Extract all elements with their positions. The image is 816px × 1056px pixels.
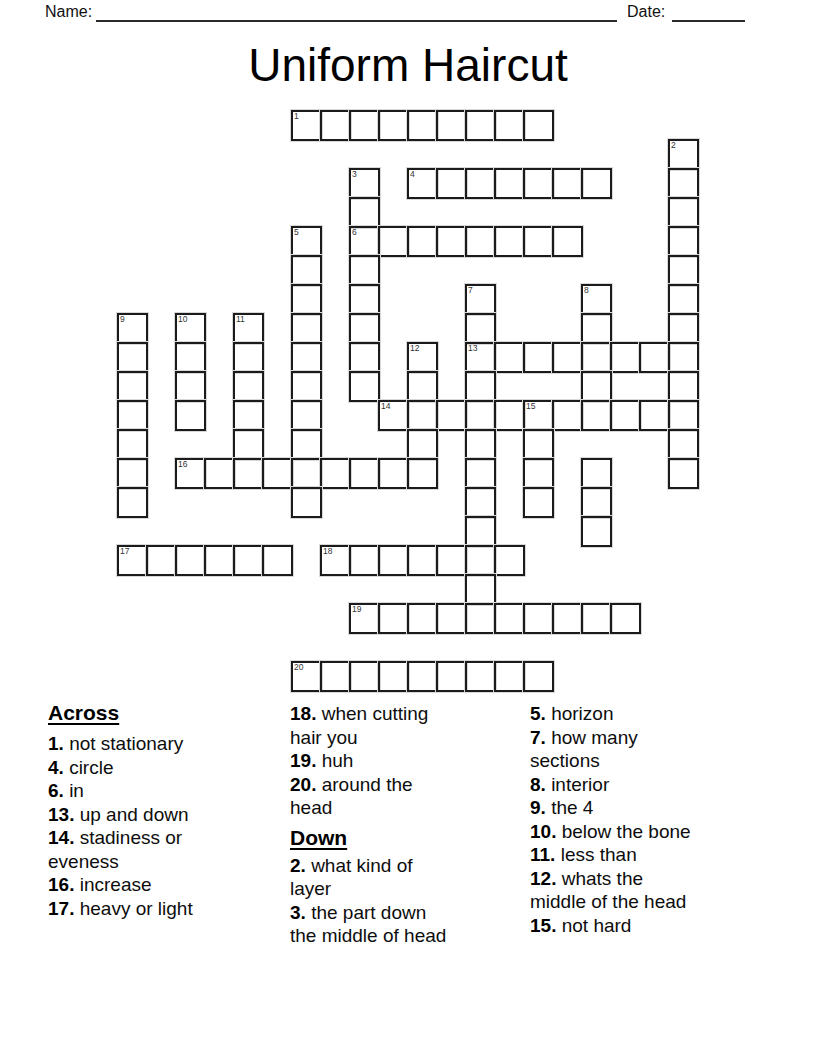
clue-13: 13. up and down (48, 803, 283, 827)
clue-text: interior (546, 774, 609, 795)
grid-cell[interactable] (581, 342, 612, 373)
cell-number-13: 13 (468, 344, 477, 353)
grid-cell[interactable] (349, 284, 380, 315)
grid-cell[interactable] (291, 284, 322, 315)
grid-cell[interactable] (262, 458, 293, 489)
clue-3: 3. the part down the middle of head (290, 901, 528, 948)
grid-cell[interactable] (407, 545, 438, 576)
cell-number-15: 15 (526, 402, 535, 411)
clue-text: huh (316, 750, 353, 771)
cell-number-10: 10 (178, 315, 187, 324)
grid-cell[interactable] (407, 603, 438, 634)
grid-cell[interactable] (465, 226, 496, 257)
date-label: Date: (627, 3, 665, 21)
grid-cell[interactable] (291, 487, 322, 518)
clue-16: 16. increase (48, 873, 283, 897)
cell-number-1: 1 (294, 112, 299, 121)
grid-cell[interactable] (639, 400, 670, 431)
grid-cell[interactable] (465, 168, 496, 199)
clue-number-label: 5. (530, 703, 546, 724)
clue-number-label: 10. (530, 821, 556, 842)
grid-cell[interactable] (349, 110, 380, 141)
grid-cell[interactable] (407, 661, 438, 692)
clue-number-label: 4. (48, 757, 64, 778)
grid-cell[interactable] (610, 400, 641, 431)
grid-cell[interactable] (581, 313, 612, 344)
grid-cell[interactable] (436, 400, 467, 431)
clue-number-label: 8. (530, 774, 546, 795)
grid-cell[interactable] (436, 545, 467, 576)
clue-number-label: 3. (290, 902, 306, 923)
clue-number-label: 20. (290, 774, 316, 795)
clue-number-label: 9. (530, 797, 546, 818)
grid-cell[interactable] (117, 487, 148, 518)
grid-cell[interactable] (378, 226, 409, 257)
grid-cell[interactable] (465, 545, 496, 576)
name-blank-line (96, 6, 617, 22)
cell-number-19: 19 (352, 605, 361, 614)
clue-text: heavy or light (74, 898, 192, 919)
grid-cell[interactable] (465, 487, 496, 518)
grid-cell[interactable] (581, 400, 612, 431)
grid-cell[interactable] (291, 255, 322, 286)
grid-cell[interactable] (407, 226, 438, 257)
cell-number-5: 5 (294, 228, 299, 237)
grid-cell[interactable] (233, 342, 264, 373)
grid-cell[interactable] (581, 603, 612, 634)
grid-cell[interactable] (610, 603, 641, 634)
grid-cell[interactable] (494, 226, 525, 257)
grid-cell[interactable] (146, 545, 177, 576)
grid-cell[interactable] (581, 371, 612, 402)
grid-cell[interactable] (523, 168, 554, 199)
clues-column-across: Across1. not stationary4. circle6. in13.… (48, 700, 283, 920)
grid-cell[interactable] (233, 458, 264, 489)
clue-number-label: 17. (48, 898, 74, 919)
grid-cell[interactable] (494, 110, 525, 141)
grid-cell[interactable] (552, 400, 583, 431)
name-label: Name: (45, 3, 92, 21)
grid-cell[interactable] (291, 313, 322, 344)
grid-cell[interactable] (668, 313, 699, 344)
grid-cell[interactable] (465, 400, 496, 431)
clue-10: 10. below the bone (530, 820, 770, 844)
clue-6: 6. in (48, 779, 283, 803)
clue-9: 9. the 4 (530, 796, 770, 820)
grid-cell[interactable] (436, 661, 467, 692)
clue-20: 20. around the head (290, 773, 528, 820)
clues-column-down: 5. horizon7. how many sections8. interio… (530, 702, 770, 937)
grid-cell[interactable] (407, 110, 438, 141)
clue-number-label: 2. (290, 855, 306, 876)
clue-number-label: 16. (48, 874, 74, 895)
grid-cell[interactable] (175, 371, 206, 402)
grid-cell[interactable] (581, 168, 612, 199)
grid-cell[interactable] (668, 371, 699, 402)
grid-cell[interactable] (581, 458, 612, 489)
grid-cell[interactable] (349, 342, 380, 373)
grid-cell[interactable] (320, 110, 351, 141)
puzzle-title: Uniform Haircut (0, 38, 816, 92)
grid-cell[interactable] (494, 400, 525, 431)
grid-cell[interactable] (117, 400, 148, 431)
clue-text: how many sections (530, 727, 638, 772)
cell-number-7: 7 (468, 286, 473, 295)
clue-17: 17. heavy or light (48, 897, 283, 921)
grid-cell[interactable] (175, 400, 206, 431)
grid-cell[interactable] (465, 458, 496, 489)
grid-cell[interactable] (552, 603, 583, 634)
grid-cell[interactable] (523, 487, 554, 518)
clue-18: 18. when cutting hair you (290, 702, 528, 749)
grid-cell[interactable] (523, 429, 554, 460)
grid-cell[interactable] (465, 429, 496, 460)
clue-number-label: 18. (290, 703, 316, 724)
cell-number-2: 2 (671, 141, 676, 150)
grid-cell[interactable] (320, 661, 351, 692)
grid-cell[interactable] (552, 226, 583, 257)
grid-cell[interactable] (552, 342, 583, 373)
grid-cell[interactable] (378, 458, 409, 489)
grid-cell[interactable] (523, 661, 554, 692)
grid-cell[interactable] (552, 168, 583, 199)
clue-7: 7. how many sections (530, 726, 770, 773)
grid-cell[interactable] (117, 429, 148, 460)
cell-number-3: 3 (352, 170, 357, 179)
grid-cell[interactable] (349, 371, 380, 402)
grid-cell[interactable] (639, 342, 670, 373)
grid-cell[interactable] (291, 429, 322, 460)
clue-number-label: 7. (530, 727, 546, 748)
grid-cell[interactable] (465, 516, 496, 547)
cell-number-11: 11 (236, 315, 245, 324)
grid-cell[interactable] (668, 255, 699, 286)
clue-number-label: 13. (48, 804, 74, 825)
grid-cell[interactable] (349, 458, 380, 489)
cell-number-17: 17 (120, 547, 129, 556)
grid-cell[interactable] (378, 545, 409, 576)
clue-text: horizon (546, 703, 614, 724)
clue-text: up and down (74, 804, 188, 825)
clue-5: 5. horizon (530, 702, 770, 726)
grid-cell[interactable] (465, 603, 496, 634)
grid-cell[interactable] (494, 545, 525, 576)
grid-cell[interactable] (407, 429, 438, 460)
grid-cell[interactable] (465, 110, 496, 141)
grid-cell[interactable] (349, 197, 380, 228)
clue-12: 12. whats the middle of the head (530, 867, 770, 914)
grid-cell[interactable] (523, 603, 554, 634)
clue-2: 2. what kind of layer (290, 854, 528, 901)
grid-cell[interactable] (320, 458, 351, 489)
cell-number-6: 6 (352, 228, 357, 237)
cell-number-4: 4 (410, 170, 415, 179)
grid-cell[interactable] (378, 661, 409, 692)
worksheet-page: Name: Date: Uniform Haircut 123456789101… (0, 0, 816, 1056)
clue-text: the part down the middle of head (290, 902, 446, 947)
grid-cell[interactable] (436, 226, 467, 257)
crossword-grid: 1234567891011121314151617181920 (117, 110, 699, 692)
grid-cell[interactable] (233, 429, 264, 460)
cell-number-14: 14 (381, 402, 390, 411)
grid-cell[interactable] (610, 342, 641, 373)
across-heading: Across (48, 700, 283, 725)
clue-8: 8. interior (530, 773, 770, 797)
down-heading: Down (290, 825, 528, 850)
clue-text: increase (74, 874, 151, 895)
grid-cell[interactable] (291, 342, 322, 373)
clue-14: 14. stadiness or eveness (48, 826, 283, 873)
clue-11: 11. less than (530, 843, 770, 867)
grid-cell[interactable] (436, 168, 467, 199)
clues-column-middle: 18. when cutting hair you19. huh20. arou… (290, 702, 528, 948)
cell-number-9: 9 (120, 315, 125, 324)
clue-15: 15. not hard (530, 914, 770, 938)
grid-cell[interactable] (668, 400, 699, 431)
grid-cell[interactable] (291, 458, 322, 489)
grid-cell[interactable] (117, 458, 148, 489)
grid-cell[interactable] (494, 342, 525, 373)
clue-text: what kind of layer (290, 855, 413, 900)
clue-text: not hard (556, 915, 631, 936)
grid-cell[interactable] (204, 458, 235, 489)
grid-cell[interactable] (668, 284, 699, 315)
grid-cell[interactable] (523, 458, 554, 489)
grid-cell[interactable] (523, 342, 554, 373)
clue-number-label: 6. (48, 780, 64, 801)
clue-19: 19. huh (290, 749, 528, 773)
clue-number-label: 19. (290, 750, 316, 771)
grid-cell[interactable] (523, 226, 554, 257)
clue-text: not stationary (64, 733, 183, 754)
grid-cell[interactable] (349, 255, 380, 286)
clue-text: the 4 (546, 797, 594, 818)
cell-number-18: 18 (323, 547, 332, 556)
clue-text: circle (64, 757, 114, 778)
grid-cell[interactable] (668, 342, 699, 373)
clue-text: in (64, 780, 84, 801)
grid-cell[interactable] (349, 545, 380, 576)
cell-number-20: 20 (294, 663, 303, 672)
grid-cell[interactable] (436, 603, 467, 634)
grid-cell[interactable] (668, 226, 699, 257)
grid-cell[interactable] (349, 661, 380, 692)
grid-cell[interactable] (175, 342, 206, 373)
cell-number-16: 16 (178, 460, 187, 469)
grid-cell[interactable] (291, 400, 322, 431)
grid-cell[interactable] (494, 603, 525, 634)
grid-cell[interactable] (668, 458, 699, 489)
grid-cell[interactable] (407, 371, 438, 402)
clue-number-label: 11. (530, 844, 555, 865)
grid-cell[interactable] (233, 371, 264, 402)
grid-cell[interactable] (581, 516, 612, 547)
grid-cell[interactable] (262, 545, 293, 576)
grid-cell[interactable] (378, 603, 409, 634)
grid-cell[interactable] (436, 110, 467, 141)
grid-cell[interactable] (378, 110, 409, 141)
grid-cell[interactable] (233, 545, 264, 576)
clue-4: 4. circle (48, 756, 283, 780)
grid-cell[interactable] (668, 429, 699, 460)
grid-cell[interactable] (117, 371, 148, 402)
clue-1: 1. not stationary (48, 732, 283, 756)
cell-number-8: 8 (584, 286, 589, 295)
clue-number-label: 14. (48, 827, 74, 848)
grid-cell[interactable] (668, 168, 699, 199)
grid-cell[interactable] (668, 197, 699, 228)
clue-number-label: 15. (530, 915, 556, 936)
grid-cell[interactable] (465, 313, 496, 344)
grid-cell[interactable] (291, 371, 322, 402)
grid-cell[interactable] (407, 400, 438, 431)
grid-cell[interactable] (349, 313, 380, 344)
grid-cell[interactable] (465, 574, 496, 605)
grid-cell[interactable] (407, 458, 438, 489)
grid-cell[interactable] (523, 110, 554, 141)
grid-cell[interactable] (494, 661, 525, 692)
cell-number-12: 12 (410, 344, 419, 353)
clue-number-label: 12. (530, 868, 556, 889)
grid-cell[interactable] (175, 545, 206, 576)
grid-cell[interactable] (581, 487, 612, 518)
grid-cell[interactable] (465, 371, 496, 402)
grid-cell[interactable] (494, 168, 525, 199)
grid-cell[interactable] (117, 342, 148, 373)
clue-text: below the bone (556, 821, 690, 842)
grid-cell[interactable] (233, 400, 264, 431)
clue-number-label: 1. (48, 733, 64, 754)
clue-text: less than (555, 844, 636, 865)
grid-cell[interactable] (465, 661, 496, 692)
grid-cell[interactable] (204, 545, 235, 576)
date-blank-line (672, 6, 745, 22)
